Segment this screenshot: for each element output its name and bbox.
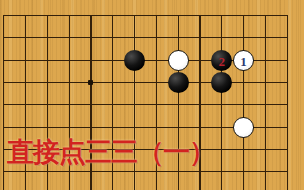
grid-line-horizontal: [3, 15, 288, 16]
grid-line-horizontal: [3, 37, 288, 38]
diagram-caption: 直接点三三（一）: [7, 134, 215, 170]
black-stone: [124, 50, 145, 71]
white-stone: 1: [233, 50, 254, 71]
grid-line-vertical: [221, 15, 222, 190]
black-stone: [211, 72, 232, 93]
white-stone: [233, 117, 254, 138]
black-stone: [168, 72, 189, 93]
star-point: [88, 80, 93, 85]
grid-line-horizontal: [3, 171, 288, 172]
grid-line-vertical: [287, 15, 288, 190]
grid-line-horizontal: [3, 104, 288, 105]
move-number-label: 2: [218, 54, 225, 67]
move-number-label: 1: [240, 54, 247, 67]
grid-line-horizontal: [3, 82, 288, 83]
grid-line-vertical: [3, 15, 4, 190]
white-stone: [168, 50, 189, 71]
grid-line-vertical: [265, 15, 266, 190]
black-stone: 2: [211, 50, 232, 71]
grid-line-vertical: [243, 15, 244, 190]
go-diagram: 21 直接点三三（一）: [0, 0, 304, 190]
